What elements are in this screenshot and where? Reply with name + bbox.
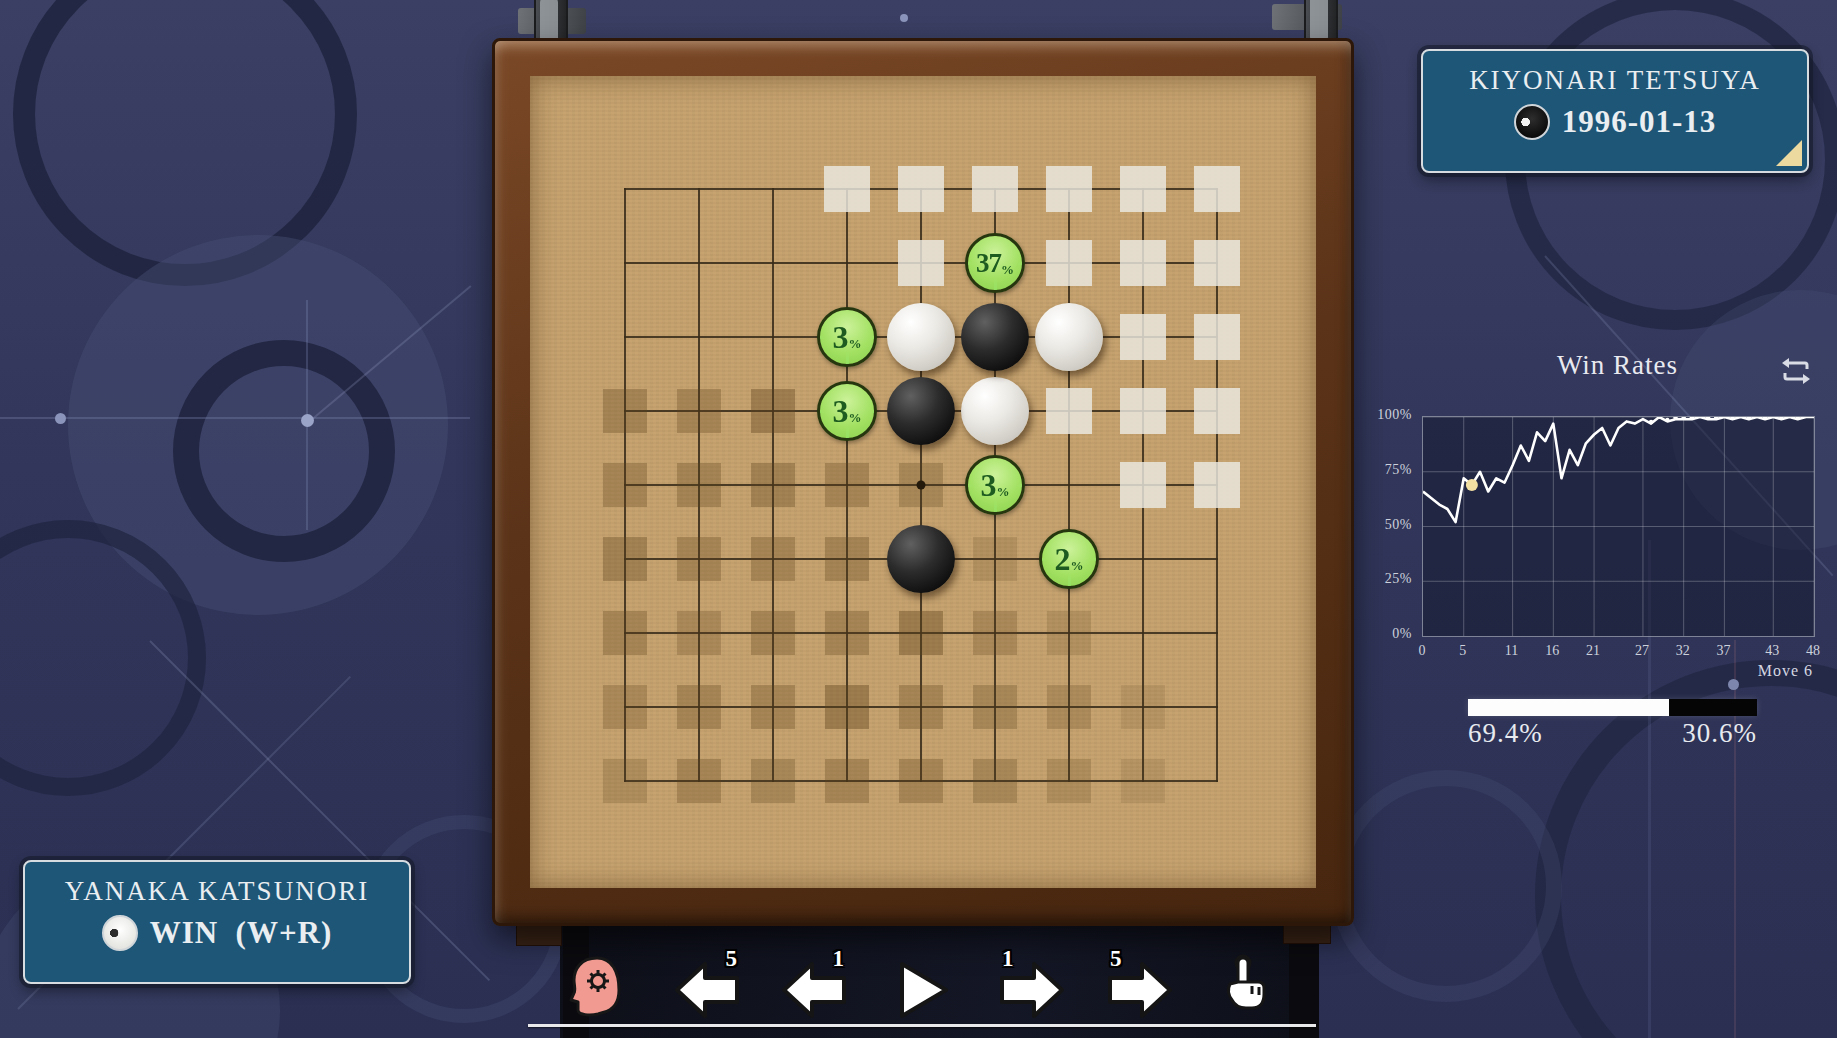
- ownership-black-square: [973, 759, 1017, 803]
- ownership-black-square: [973, 611, 1017, 655]
- move-scrubber[interactable]: [528, 1024, 1316, 1027]
- x-tick-label: 27: [1635, 643, 1649, 659]
- card-expand-triangle[interactable]: [1776, 140, 1802, 166]
- play-button[interactable]: [898, 962, 948, 1022]
- ownership-white-square: [1120, 240, 1166, 286]
- go-review-app: 37%3%3%3%2% KIYONARI TETSUYA 1996-01-13 …: [0, 0, 1837, 1038]
- ownership-black-square: [603, 611, 647, 655]
- winrate-y-labels: 0%25%50%75%100%: [1350, 407, 1412, 647]
- black-stone: [961, 303, 1029, 371]
- ownership-white-square: [972, 166, 1018, 212]
- ownership-black-square: [751, 759, 795, 803]
- ownership-black-square: [1121, 685, 1165, 729]
- black-stone: [887, 525, 955, 593]
- ownership-black-square: [677, 537, 721, 581]
- x-tick-label: 48: [1806, 643, 1820, 659]
- x-tick-label: 16: [1545, 643, 1559, 659]
- ownership-white-square: [1046, 240, 1092, 286]
- ownership-black-square: [973, 685, 1017, 729]
- ownership-black-square: [603, 685, 647, 729]
- goban-frame: 37%3%3%3%2%: [492, 38, 1354, 926]
- suggestion-badge-D6[interactable]: 3%: [817, 381, 877, 441]
- white-stone: [887, 303, 955, 371]
- y-tick-label: 50%: [1352, 517, 1412, 533]
- forward-1-button[interactable]: 1: [1000, 962, 1064, 1022]
- x-tick-label: 11: [1505, 643, 1518, 659]
- ownership-white-square: [1120, 388, 1166, 434]
- back-1-button[interactable]: 1: [782, 962, 846, 1022]
- ownership-white-square: [1194, 462, 1240, 508]
- ownership-black-square: [751, 685, 795, 729]
- ownership-white-square: [1120, 462, 1166, 508]
- ownership-black-square: [603, 537, 647, 581]
- ownership-white-square: [1194, 240, 1240, 286]
- y-tick-label: 25%: [1352, 571, 1412, 587]
- ownership-black-square: [603, 463, 647, 507]
- x-tick-label: 37: [1716, 643, 1730, 659]
- ownership-black-square: [751, 537, 795, 581]
- ownership-white-square: [1046, 166, 1092, 212]
- x-tick-label: 43: [1765, 643, 1779, 659]
- current-move-label: Move 6: [1663, 662, 1813, 680]
- ownership-black-square: [825, 537, 869, 581]
- black-stone: [887, 377, 955, 445]
- ai-analysis-button[interactable]: [568, 955, 622, 1023]
- winrate-plot[interactable]: [1422, 416, 1815, 637]
- white-stone: [1035, 303, 1103, 371]
- player-name-white: YANAKA KATSUNORI: [25, 876, 409, 907]
- y-tick-label: 0%: [1352, 626, 1412, 642]
- x-tick-label: 21: [1586, 643, 1600, 659]
- forward-1-count: 1: [1002, 946, 1014, 972]
- white-winrate-label: 69.4%: [1468, 718, 1543, 749]
- ownership-black-square: [677, 389, 721, 433]
- player-name-black: KIYONARI TETSUYA: [1423, 65, 1807, 96]
- winrate-x-labels: 051116212732374348: [1422, 643, 1813, 661]
- ownership-black-square: [1047, 759, 1091, 803]
- tap-mode-button[interactable]: [1218, 950, 1274, 1026]
- ownership-white-square: [1194, 314, 1240, 360]
- white-stone: [961, 377, 1029, 445]
- chart-title: Win Rates: [1422, 350, 1813, 381]
- ownership-black-square: [603, 759, 647, 803]
- forward-5-button[interactable]: 5: [1108, 962, 1172, 1022]
- player-card-white: YANAKA KATSUNORI WIN (W+R): [23, 860, 411, 984]
- ownership-white-square: [824, 166, 870, 212]
- ownership-black-square: [1121, 759, 1165, 803]
- ownership-black-square: [825, 611, 869, 655]
- black-winrate-label: 30.6%: [1657, 718, 1757, 749]
- star-point: [917, 481, 926, 490]
- suggestion-badge-D7[interactable]: 3%: [817, 307, 877, 367]
- back-1-count: 1: [833, 946, 845, 972]
- ownership-black-square: [825, 463, 869, 507]
- ownership-white-square: [1194, 166, 1240, 212]
- suggestion-badge-F5[interactable]: 3%: [965, 455, 1025, 515]
- hand-icon: [1228, 956, 1264, 1008]
- x-tick-label: 5: [1459, 643, 1466, 659]
- suggestion-badge-G4[interactable]: 2%: [1039, 529, 1099, 589]
- forward-5-count: 5: [1110, 946, 1122, 972]
- player-subtitle-white: WIN (W+R): [150, 915, 333, 951]
- goban-surface[interactable]: 37%3%3%3%2%: [530, 76, 1316, 888]
- ownership-white-square: [898, 166, 944, 212]
- back-5-count: 5: [726, 946, 738, 972]
- y-tick-label: 75%: [1352, 462, 1412, 478]
- winrate-bar-white-segment: [1468, 699, 1669, 716]
- ownership-white-square: [1120, 314, 1166, 360]
- player-card-black: KIYONARI TETSUYA 1996-01-13: [1421, 49, 1809, 173]
- ownership-white-square: [898, 240, 944, 286]
- ownership-black-square: [825, 685, 869, 729]
- ownership-black-square: [677, 463, 721, 507]
- ownership-black-square: [677, 685, 721, 729]
- white-stone-icon: [102, 915, 138, 951]
- ownership-black-square: [899, 611, 943, 655]
- ownership-black-square: [677, 759, 721, 803]
- ownership-black-square: [603, 389, 647, 433]
- ownership-black-square: [899, 685, 943, 729]
- black-stone-icon: [1514, 104, 1550, 140]
- player-subtitle-black: 1996-01-13: [1562, 104, 1717, 140]
- ownership-black-square: [1047, 685, 1091, 729]
- ownership-black-square: [751, 611, 795, 655]
- back-5-button[interactable]: 5: [675, 962, 739, 1022]
- ownership-black-square: [1047, 611, 1091, 655]
- ownership-white-square: [1120, 166, 1166, 212]
- ownership-black-square: [825, 759, 869, 803]
- y-tick-label: 100%: [1352, 407, 1412, 423]
- current-move-marker: [1466, 479, 1478, 491]
- ownership-black-square: [677, 611, 721, 655]
- ownership-black-square: [899, 759, 943, 803]
- goban-grid[interactable]: 37%3%3%3%2%: [625, 189, 1217, 781]
- ownership-white-square: [1194, 388, 1240, 434]
- ownership-black-square: [973, 537, 1017, 581]
- suggestion-badge-F8[interactable]: 37%: [965, 233, 1025, 293]
- loop-icon[interactable]: [1780, 356, 1812, 386]
- ownership-white-square: [1046, 388, 1092, 434]
- winrate-bar: [1468, 699, 1757, 716]
- x-tick-label: 32: [1676, 643, 1690, 659]
- x-tick-label: 0: [1419, 643, 1426, 659]
- ownership-black-square: [751, 389, 795, 433]
- ownership-black-square: [751, 463, 795, 507]
